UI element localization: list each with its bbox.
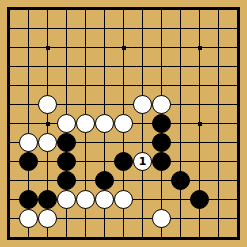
intersection-c3-r9[interactable] (38, 152, 57, 171)
intersection-c11-r2[interactable] (190, 19, 209, 38)
intersection-c13-r10[interactable] (228, 171, 247, 190)
intersection-c1-r13[interactable] (0, 228, 19, 247)
intersection-c3-r10[interactable] (38, 171, 57, 190)
intersection-c13-r8[interactable] (228, 133, 247, 152)
intersection-c10-r9[interactable] (171, 152, 190, 171)
intersection-c2-r2[interactable] (19, 19, 38, 38)
intersection-c2-r5[interactable] (19, 76, 38, 95)
intersection-c11-r1[interactable] (190, 0, 209, 19)
intersection-c12-r4[interactable] (209, 57, 228, 76)
white-stone (133, 95, 152, 114)
intersection-c1-r6[interactable] (0, 95, 19, 114)
intersection-c7-r3[interactable] (114, 38, 133, 57)
intersection-c1-r2[interactable] (0, 19, 19, 38)
intersection-c8-r10[interactable] (133, 171, 152, 190)
intersection-c5-r12[interactable] (76, 209, 95, 228)
intersection-c7-r6[interactable] (114, 95, 133, 114)
intersection-c11-r8[interactable] (190, 133, 209, 152)
intersection-c1-r12[interactable] (0, 209, 19, 228)
intersection-c4-r1[interactable] (57, 0, 76, 19)
intersection-c8-r5[interactable] (133, 76, 152, 95)
intersection-c1-r10[interactable] (0, 171, 19, 190)
go-diagram: 1 (0, 0, 247, 247)
intersection-c3-r11[interactable] (38, 190, 57, 209)
intersection-c6-r6[interactable] (95, 95, 114, 114)
black-stone (152, 152, 171, 171)
black-stone (38, 190, 57, 209)
intersection-c4-r7[interactable] (57, 114, 76, 133)
black-stone (95, 171, 114, 190)
intersection-c1-r7[interactable] (0, 114, 19, 133)
intersection-c5-r10[interactable] (76, 171, 95, 190)
intersection-c5-r4[interactable] (76, 57, 95, 76)
intersection-c6-r9[interactable] (95, 152, 114, 171)
intersection-c8-r11[interactable] (133, 190, 152, 209)
intersection-c12-r12[interactable] (209, 209, 228, 228)
intersection-c9-r7[interactable] (152, 114, 171, 133)
intersection-c5-r1[interactable] (76, 0, 95, 19)
intersection-c7-r13[interactable] (114, 228, 133, 247)
intersection-c8-r3[interactable] (133, 38, 152, 57)
intersection-c7-r1[interactable] (114, 0, 133, 19)
intersection-c3-r3[interactable] (38, 38, 57, 57)
intersection-c7-r12[interactable] (114, 209, 133, 228)
intersection-c1-r8[interactable] (0, 133, 19, 152)
intersection-c4-r12[interactable] (57, 209, 76, 228)
intersection-c6-r3[interactable] (95, 38, 114, 57)
intersection-c2-r12[interactable] (19, 209, 38, 228)
white-stone (152, 95, 171, 114)
intersection-c7-r7[interactable] (114, 114, 133, 133)
white-stone (38, 209, 57, 228)
intersection-c9-r3[interactable] (152, 38, 171, 57)
go-board-grid: 1 (0, 0, 247, 247)
intersection-c12-r2[interactable] (209, 19, 228, 38)
intersection-c13-r3[interactable] (228, 38, 247, 57)
intersection-c9-r13[interactable] (152, 228, 171, 247)
intersection-c7-r2[interactable] (114, 19, 133, 38)
intersection-c10-r4[interactable] (171, 57, 190, 76)
intersection-c5-r7[interactable] (76, 114, 95, 133)
intersection-c11-r4[interactable] (190, 57, 209, 76)
intersection-c5-r11[interactable] (76, 190, 95, 209)
intersection-c4-r6[interactable] (57, 95, 76, 114)
intersection-c6-r5[interactable] (95, 76, 114, 95)
intersection-c13-r9[interactable] (228, 152, 247, 171)
intersection-c7-r5[interactable] (114, 76, 133, 95)
intersection-c9-r10[interactable] (152, 171, 171, 190)
intersection-c12-r3[interactable] (209, 38, 228, 57)
intersection-c5-r9[interactable] (76, 152, 95, 171)
intersection-c12-r7[interactable] (209, 114, 228, 133)
intersection-c13-r11[interactable] (228, 190, 247, 209)
intersection-c3-r5[interactable] (38, 76, 57, 95)
intersection-c8-r6[interactable] (133, 95, 152, 114)
intersection-c3-r4[interactable] (38, 57, 57, 76)
intersection-c6-r10[interactable] (95, 171, 114, 190)
intersection-c13-r4[interactable] (228, 57, 247, 76)
intersection-c9-r8[interactable] (152, 133, 171, 152)
intersection-c2-r1[interactable] (19, 0, 38, 19)
intersection-c6-r4[interactable] (95, 57, 114, 76)
intersection-c1-r4[interactable] (0, 57, 19, 76)
intersection-c7-r11[interactable] (114, 190, 133, 209)
intersection-c1-r5[interactable] (0, 76, 19, 95)
intersection-c13-r6[interactable] (228, 95, 247, 114)
intersection-c5-r13[interactable] (76, 228, 95, 247)
intersection-c9-r6[interactable] (152, 95, 171, 114)
intersection-c3-r13[interactable] (38, 228, 57, 247)
black-stone (190, 190, 209, 209)
white-stone (114, 190, 133, 209)
intersection-c3-r1[interactable] (38, 0, 57, 19)
intersection-c9-r11[interactable] (152, 190, 171, 209)
intersection-c2-r3[interactable] (19, 38, 38, 57)
intersection-c10-r2[interactable] (171, 19, 190, 38)
intersection-c4-r3[interactable] (57, 38, 76, 57)
intersection-c4-r11[interactable] (57, 190, 76, 209)
intersection-c5-r3[interactable] (76, 38, 95, 57)
white-stone (76, 190, 95, 209)
intersection-c12-r11[interactable] (209, 190, 228, 209)
intersection-c4-r4[interactable] (57, 57, 76, 76)
intersection-c2-r6[interactable] (19, 95, 38, 114)
intersection-c12-r13[interactable] (209, 228, 228, 247)
black-stone (19, 152, 38, 171)
intersection-c12-r6[interactable] (209, 95, 228, 114)
intersection-c6-r1[interactable] (95, 0, 114, 19)
intersection-c8-r7[interactable] (133, 114, 152, 133)
intersection-c7-r8[interactable] (114, 133, 133, 152)
intersection-c8-r13[interactable] (133, 228, 152, 247)
intersection-c3-r8[interactable] (38, 133, 57, 152)
black-stone (57, 171, 76, 190)
intersection-c10-r11[interactable] (171, 190, 190, 209)
intersection-c3-r2[interactable] (38, 19, 57, 38)
intersection-c10-r10[interactable] (171, 171, 190, 190)
intersection-c5-r2[interactable] (76, 19, 95, 38)
intersection-c8-r2[interactable] (133, 19, 152, 38)
intersection-c2-r9[interactable] (19, 152, 38, 171)
intersection-c9-r12[interactable] (152, 209, 171, 228)
intersection-c8-r4[interactable] (133, 57, 152, 76)
intersection-c13-r7[interactable] (228, 114, 247, 133)
intersection-c12-r5[interactable] (209, 76, 228, 95)
intersection-c13-r1[interactable] (228, 0, 247, 19)
intersection-c3-r6[interactable] (38, 95, 57, 114)
intersection-c2-r7[interactable] (19, 114, 38, 133)
intersection-c7-r9[interactable] (114, 152, 133, 171)
white-stone (19, 209, 38, 228)
intersection-c2-r13[interactable] (19, 228, 38, 247)
intersection-c9-r1[interactable] (152, 0, 171, 19)
intersection-c11-r9[interactable] (190, 152, 209, 171)
intersection-c4-r9[interactable] (57, 152, 76, 171)
intersection-c6-r13[interactable] (95, 228, 114, 247)
white-stone (57, 190, 76, 209)
intersection-c4-r13[interactable] (57, 228, 76, 247)
intersection-c8-r12[interactable] (133, 209, 152, 228)
intersection-c11-r6[interactable] (190, 95, 209, 114)
intersection-c6-r7[interactable] (95, 114, 114, 133)
black-stone (152, 114, 171, 133)
intersection-c5-r8[interactable] (76, 133, 95, 152)
intersection-c10-r12[interactable] (171, 209, 190, 228)
intersection-c6-r8[interactable] (95, 133, 114, 152)
black-stone (114, 152, 133, 171)
intersection-c10-r6[interactable] (171, 95, 190, 114)
intersection-c2-r11[interactable] (19, 190, 38, 209)
intersection-c10-r5[interactable] (171, 76, 190, 95)
white-stone (38, 95, 57, 114)
intersection-c10-r1[interactable] (171, 0, 190, 19)
intersection-c2-r4[interactable] (19, 57, 38, 76)
intersection-c11-r12[interactable] (190, 209, 209, 228)
intersection-c2-r8[interactable] (19, 133, 38, 152)
intersection-c9-r9[interactable] (152, 152, 171, 171)
white-stone (114, 114, 133, 133)
black-stone (171, 171, 190, 190)
intersection-c11-r10[interactable] (190, 171, 209, 190)
black-stone (57, 133, 76, 152)
intersection-c4-r2[interactable] (57, 19, 76, 38)
intersection-c6-r12[interactable] (95, 209, 114, 228)
intersection-c10-r7[interactable] (171, 114, 190, 133)
intersection-c5-r6[interactable] (76, 95, 95, 114)
intersection-c1-r11[interactable] (0, 190, 19, 209)
white-stone (57, 114, 76, 133)
intersection-c1-r9[interactable] (0, 152, 19, 171)
intersection-c13-r12[interactable] (228, 209, 247, 228)
intersection-c11-r7[interactable] (190, 114, 209, 133)
intersection-c1-r3[interactable] (0, 38, 19, 57)
black-stone (57, 152, 76, 171)
intersection-c4-r10[interactable] (57, 171, 76, 190)
intersection-c10-r3[interactable] (171, 38, 190, 57)
intersection-c8-r8[interactable] (133, 133, 152, 152)
black-stone (152, 133, 171, 152)
white-stone (95, 190, 114, 209)
intersection-c7-r4[interactable] (114, 57, 133, 76)
intersection-c11-r3[interactable] (190, 38, 209, 57)
intersection-c2-r10[interactable] (19, 171, 38, 190)
intersection-c12-r9[interactable] (209, 152, 228, 171)
intersection-c13-r5[interactable] (228, 76, 247, 95)
intersection-c12-r1[interactable] (209, 0, 228, 19)
intersection-c12-r10[interactable] (209, 171, 228, 190)
intersection-c9-r4[interactable] (152, 57, 171, 76)
intersection-c11-r13[interactable] (190, 228, 209, 247)
white-stone (38, 133, 57, 152)
intersection-c13-r13[interactable] (228, 228, 247, 247)
intersection-c7-r10[interactable] (114, 171, 133, 190)
intersection-c6-r2[interactable] (95, 19, 114, 38)
intersection-c4-r5[interactable] (57, 76, 76, 95)
intersection-c9-r5[interactable] (152, 76, 171, 95)
intersection-c13-r2[interactable] (228, 19, 247, 38)
intersection-c9-r2[interactable] (152, 19, 171, 38)
intersection-c12-r8[interactable] (209, 133, 228, 152)
intersection-c1-r1[interactable] (0, 0, 19, 19)
white-stone (19, 133, 38, 152)
intersection-c3-r7[interactable] (38, 114, 57, 133)
intersection-c4-r8[interactable] (57, 133, 76, 152)
intersection-c11-r5[interactable] (190, 76, 209, 95)
intersection-c6-r11[interactable] (95, 190, 114, 209)
intersection-c3-r12[interactable] (38, 209, 57, 228)
intersection-c8-r1[interactable] (133, 0, 152, 19)
intersection-c5-r5[interactable] (76, 76, 95, 95)
intersection-c10-r13[interactable] (171, 228, 190, 247)
intersection-c11-r11[interactable] (190, 190, 209, 209)
intersection-c10-r8[interactable] (171, 133, 190, 152)
white-stone (95, 114, 114, 133)
white-stone (76, 114, 95, 133)
white-stone-marked-1: 1 (133, 152, 152, 171)
white-stone (152, 209, 171, 228)
intersection-c8-r9[interactable]: 1 (133, 152, 152, 171)
black-stone (19, 190, 38, 209)
